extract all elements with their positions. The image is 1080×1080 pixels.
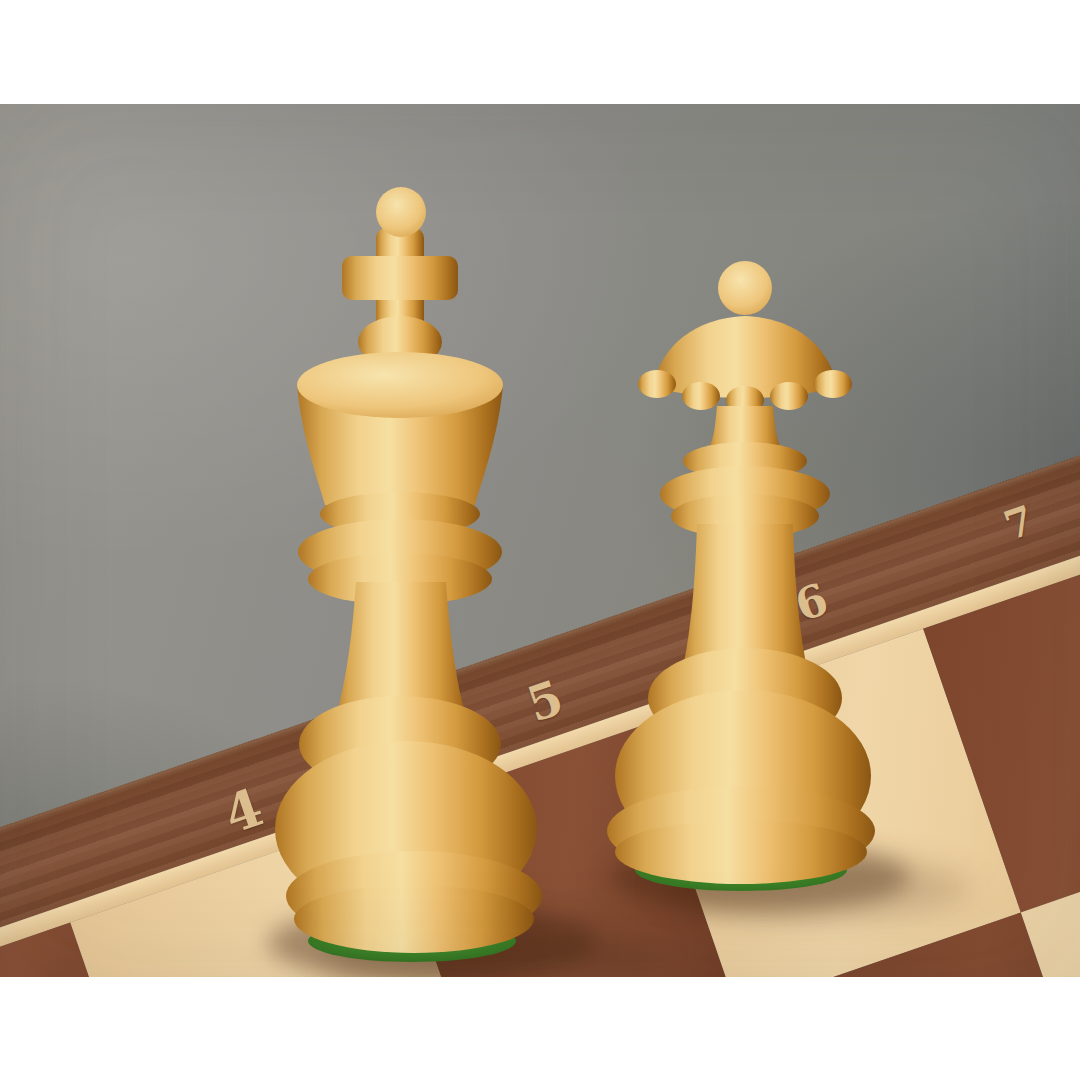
letterbox-bottom — [0, 977, 1080, 1080]
rank-label-7: 7 — [999, 499, 1038, 546]
photo-area: 4 5 6 7 — [0, 104, 1080, 977]
white-king-piece: White King — [240, 184, 560, 976]
letterbox-top — [0, 0, 1080, 104]
white-queen-piece: White Queen — [595, 256, 895, 962]
product-photo: 4 5 6 7 — [0, 0, 1080, 1080]
king-shape — [275, 187, 542, 962]
queen-shape — [607, 261, 875, 891]
